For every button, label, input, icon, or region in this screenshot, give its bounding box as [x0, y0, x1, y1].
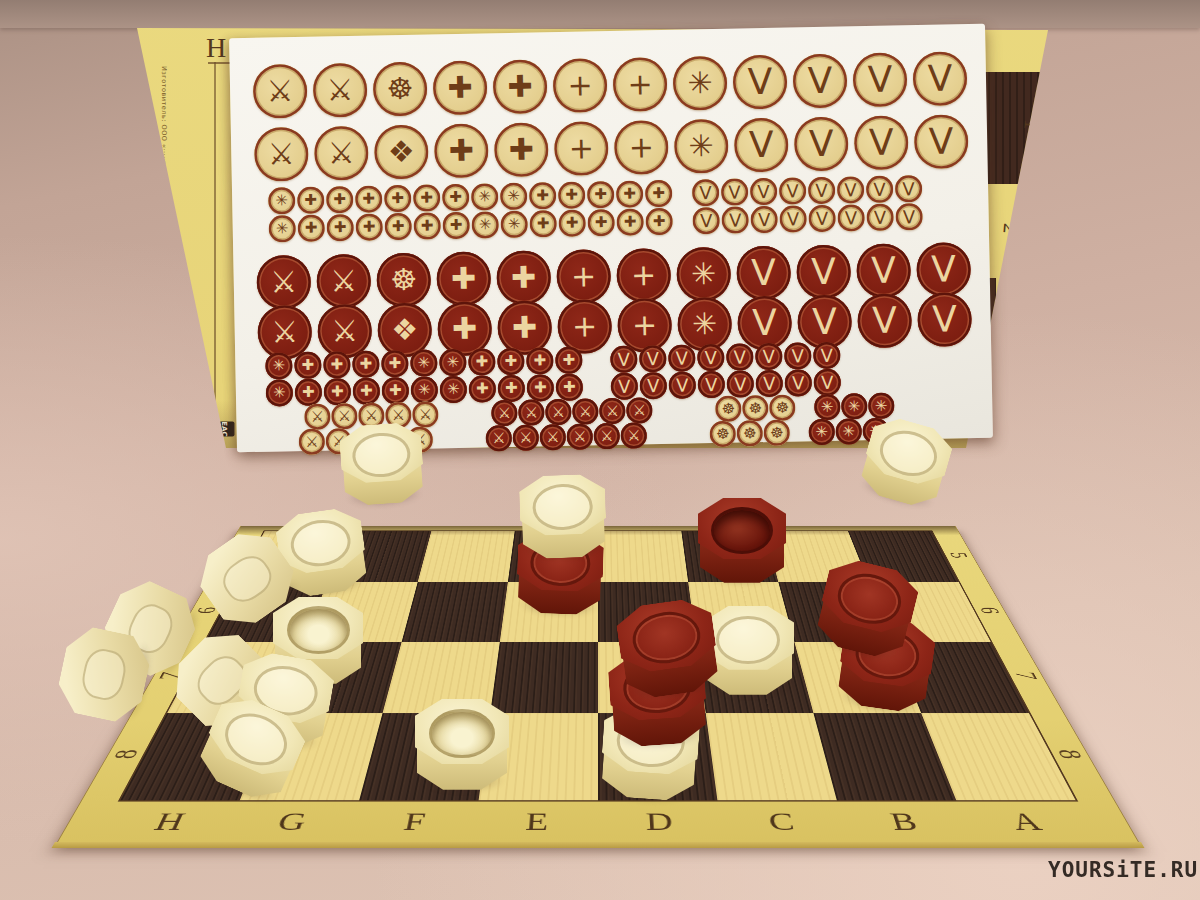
rank-label-5-left: 5: [223, 550, 252, 560]
sticker-cream-swords-icon: ⚔: [407, 426, 433, 452]
sticker-dark-swords-icon: ⚔: [256, 255, 311, 310]
sticker-cream-swords-icon: ⚔: [412, 401, 438, 427]
sticker-dark-V-icon: V: [610, 346, 638, 374]
file-label-e: E: [473, 803, 598, 841]
sticker-cream-icross-icon: ✚: [384, 185, 412, 213]
piece-rim: [532, 483, 594, 531]
sticker-cream-V-icon: V: [692, 179, 720, 207]
square-d7: [598, 642, 706, 714]
sticker-cream-icross-icon: ✚: [355, 213, 383, 241]
sticker-dark-icross-icon: ✚: [353, 377, 381, 405]
file-label-f: F: [348, 803, 478, 841]
sticker-dark-V-icon: V: [784, 342, 812, 370]
square-c6: [688, 582, 794, 642]
sticker-dark-star-icon: ✳: [411, 376, 439, 404]
sticker-cream-icross-icon: ✚: [413, 212, 441, 240]
sticker-dark-star-icon: ✳: [814, 394, 840, 420]
sticker-cream-star-icon: ✳: [471, 211, 499, 239]
sticker-dark-star-icon: ✳: [410, 349, 438, 377]
sticker-cream-icross-icon: ✚: [494, 122, 549, 177]
sticker-cream-icross-icon: ✚: [645, 180, 673, 208]
sticker-cream-wheel-icon: ☸: [715, 396, 741, 422]
sticker-dark-swords-icon: ⚔: [545, 399, 571, 425]
sticker-cream-V-icon: V: [779, 205, 807, 233]
square-e7: [490, 642, 598, 714]
flat-board-half: HGFEDCBA 55667788: [58, 526, 1138, 842]
sticker-cream-swords-icon: ⚔: [313, 63, 368, 118]
sticker-cream-icross-icon: ✚: [529, 210, 557, 238]
sticker-cream-diamond-icon: ❖: [374, 124, 429, 179]
sticker-dark-V-icon: V: [813, 342, 841, 370]
file-label-h: H: [99, 803, 239, 841]
sticker-cream-icross-icon: ✚: [384, 213, 412, 241]
sticker-dark-star-icon: ✳: [266, 379, 294, 407]
sticker-cream-V-icon: V: [895, 203, 923, 231]
sticker-dark-V-icon: V: [697, 344, 725, 372]
sticker-dark-star-icon: ✳: [863, 418, 889, 444]
square-a5: [848, 531, 959, 582]
sticker-cream-V-icon: V: [808, 177, 836, 205]
sticker-cream-star-icon: ✳: [673, 56, 728, 111]
sticker-dark-icross-icon: ✚: [555, 347, 583, 375]
sticker-cream-V-icon: V: [837, 204, 865, 232]
rank-label-7-left: 7: [152, 669, 188, 683]
sticker-cream-swords-icon: ⚔: [353, 427, 379, 453]
sticker-cream-plus-icon: +: [553, 58, 608, 113]
sticker-cream-plus-icon: +: [613, 57, 668, 112]
sticker-cream-icross-icon: ✚: [434, 123, 489, 178]
sticker-cream-swords-icon: ⚔: [385, 402, 411, 428]
sticker-dark-swords-icon: ⚔: [626, 397, 652, 423]
sticker-dark-V-icon: V: [611, 373, 639, 401]
sticker-dark-V-icon: V: [669, 371, 697, 399]
sticker-cream-plus-icon: +: [614, 120, 669, 175]
sticker-cream-V-icon: V: [734, 118, 789, 173]
sticker-dark-swords-icon: ⚔: [599, 398, 625, 424]
sticker-dark-icross-icon: ✚: [498, 375, 526, 403]
sticker-cream-swords-icon: ⚔: [314, 126, 369, 181]
rank-label-6-left: 6: [190, 605, 222, 617]
square-e5: [508, 531, 598, 582]
sticker-dark-icross-icon: ✚: [382, 377, 410, 405]
sticker-dark-swords-icon: ⚔: [572, 398, 598, 424]
sticker-row-2: ⚔⚔❖✚✚++✳VVVV: [254, 114, 975, 182]
sticker-cream-swords-icon: ⚔: [253, 64, 308, 119]
sticker-dark-V-icon: V: [668, 344, 696, 372]
sticker-dark-swords-icon: ⚔: [540, 424, 566, 450]
sticker-cream-wheel-icon: ☸: [373, 62, 428, 117]
sticker-cream-V-icon: V: [721, 178, 749, 206]
sticker-dark-icross-icon: ✚: [436, 251, 491, 306]
sticker-dark-plus-icon: +: [616, 248, 671, 303]
sticker-dark-star-icon: ✳: [836, 418, 862, 444]
sticker-cream-V-icon: V: [794, 116, 849, 171]
sticker-cream-swords-icon: ⚔: [254, 127, 309, 182]
sticker-dark-icross-icon: ✚: [468, 348, 496, 376]
square-c7: [696, 642, 813, 714]
sticker-cream-swords-icon: ⚔: [358, 402, 384, 428]
sticker-dark-icross-icon: ✚: [497, 348, 525, 376]
king-sticker-sheet: ⚔⚔☸✚✚++✳VVVV⚔⚔❖✚✚++✳VVVV✳✚✚✚✚✚✚✳✳✚✚✚✚✚VV…: [229, 24, 993, 452]
sticker-dark-V-icon: V: [727, 370, 755, 398]
sticker-cream-V-icon: V: [912, 51, 967, 106]
square-d5: [598, 531, 688, 582]
sticker-dark-star-icon: ✳: [841, 393, 867, 419]
upright-rank-label-1: 1: [1018, 118, 1044, 131]
sticker-dark-V-icon: V: [736, 246, 791, 301]
sticker-dark-V-icon: V: [785, 369, 813, 397]
sticker-dark-plus-icon: +: [556, 249, 611, 304]
sticker-cream-swords-icon: ⚔: [380, 427, 406, 453]
sticker-cream-wheel-icon: ☸: [742, 395, 768, 421]
sticker-cream-star-icon: ✳: [674, 119, 729, 174]
sticker-cream-icross-icon: ✚: [587, 181, 615, 209]
sticker-cream-V-icon: V: [808, 205, 836, 233]
sticker-cream-wheel-icon: ☸: [710, 421, 736, 447]
sticker-dark-icross-icon: ✚: [352, 350, 380, 378]
sticker-cream-icross-icon: ✚: [442, 212, 470, 240]
sticker-cream-V-icon: V: [866, 204, 894, 232]
sticker-cream-V-icon: V: [779, 177, 807, 205]
sticker-cream-star-icon: ✳: [268, 187, 296, 215]
sticker-cream-icross-icon: ✚: [297, 187, 325, 215]
sticker-dark-star-icon: ✳: [439, 349, 467, 377]
sticker-dark-icross-icon: ✚: [295, 379, 323, 407]
sticker-dark-star-icon: ✳: [440, 376, 468, 404]
sticker-dark-star-icon: ✳: [676, 247, 731, 302]
sticker-cream-V-icon: V: [793, 53, 848, 108]
sticker-cream-V-icon: V: [733, 55, 788, 110]
sticker-cream-wheel-icon: ☸: [769, 394, 795, 420]
sticker-dark-V-icon: V: [755, 343, 783, 371]
sticker-cream-icross-icon: ✚: [413, 184, 441, 212]
sticker-dark-swords-icon: ⚔: [567, 423, 593, 449]
sticker-cream-V-icon: V: [895, 175, 923, 203]
upright-rank-label-2: 2: [997, 222, 1023, 235]
sticker-dark-V-icon: V: [640, 372, 668, 400]
sticker-cream-icross-icon: ✚: [558, 209, 586, 237]
sticker-cream-wheel-icon: ☸: [737, 420, 763, 446]
file-label-g: G: [224, 803, 359, 841]
sticker-cream-icross-icon: ✚: [645, 208, 673, 236]
sticker-cream-icross-icon: ✚: [616, 180, 644, 208]
upright-file-label-h: H: [206, 32, 226, 64]
sticker-cream-V-icon: V: [721, 206, 749, 234]
sticker-dark-swords-icon: ⚔: [491, 400, 517, 426]
square-f5: [418, 531, 515, 582]
rank-label-8-left: 8: [106, 746, 146, 763]
sticker-dark-V-icon: V: [756, 370, 784, 398]
sticker-cream-icross-icon: ✚: [326, 214, 354, 242]
square-e8: [479, 713, 598, 800]
rank-label-5-right: 5: [944, 550, 973, 560]
sticker-dark-V-icon: V: [814, 369, 842, 397]
sticker-cream-icross-icon: ✚: [442, 184, 470, 212]
piece-rim: [79, 646, 130, 703]
sticker-dark-V-icon: V: [856, 243, 911, 298]
sticker-dark-icross-icon: ✚: [496, 250, 551, 305]
manufacturer-microtext: Изготовитель: ООО «·····» · г. Владимир …: [160, 66, 168, 426]
square-f7: [383, 642, 500, 714]
sticker-dark-star-icon: ✳: [868, 393, 894, 419]
sticker-cream-V-icon: V: [866, 176, 894, 204]
sticker-dark-swords-icon: ⚔: [513, 424, 539, 450]
sticker-cream-V-icon: V: [692, 207, 720, 235]
sticker-dark-V-icon: V: [698, 371, 726, 399]
sticker-cream-swords-icon: ⚔: [304, 403, 330, 429]
background-top-shadow: [0, 0, 1200, 28]
sticker-dark-swords-icon: ⚔: [486, 425, 512, 451]
square-d6: [598, 582, 696, 642]
rank-label-7-right: 7: [1008, 669, 1044, 683]
sticker-dark-star-icon: ✳: [809, 419, 835, 445]
sticker-cream-icross-icon: ✚: [326, 186, 354, 214]
sticker-dark-icross-icon: ✚: [323, 351, 351, 379]
sticker-row-1: ⚔⚔☸✚✚++✳VVVV: [253, 51, 974, 119]
sticker-dark-V-icon: V: [796, 244, 851, 299]
square-f6: [402, 582, 508, 642]
sticker-cream-icross-icon: ✚: [616, 208, 644, 236]
file-label-b: B: [837, 803, 972, 841]
sticker-cream-swords-icon: ⚔: [331, 403, 357, 429]
file-label-c: C: [718, 803, 848, 841]
watermark: YOURSiTE.RU: [1048, 858, 1198, 882]
sticker-cream-V-icon: V: [914, 114, 969, 169]
square-c5: [681, 531, 778, 582]
sticker-dark-V-icon: V: [917, 292, 972, 347]
sticker-cream-star-icon: ✳: [471, 183, 499, 211]
rank-label-8-right: 8: [1050, 746, 1090, 763]
sticker-dark-icross-icon: ✚: [526, 347, 554, 375]
sticker-cream-icross-icon: ✚: [493, 59, 548, 114]
fold-crease-shadow: [236, 526, 961, 535]
sticker-cream-V-icon: V: [854, 115, 909, 170]
sticker-cream-icross-icon: ✚: [433, 60, 488, 115]
file-label-a: A: [957, 803, 1097, 841]
sticker-dark-swords-icon: ⚔: [316, 254, 371, 309]
sticker-dark-icross-icon: ✚: [556, 374, 584, 402]
sticker-dark-V-icon: V: [916, 242, 971, 297]
sticker-cream-star-icon: ✳: [500, 183, 528, 211]
sticker-cream-icross-icon: ✚: [529, 182, 557, 210]
sticker-dark-star-icon: ✳: [265, 352, 293, 380]
sticker-dark-icross-icon: ✚: [381, 350, 409, 378]
sticker-cream-icross-icon: ✚: [355, 185, 383, 213]
file-label-d: D: [598, 803, 723, 841]
board-border-line: [214, 62, 216, 422]
sticker-cream-swords-icon: ⚔: [326, 428, 352, 454]
sticker-dark-V-icon: V: [857, 293, 912, 348]
sticker-cream-plus-icon: +: [554, 121, 609, 176]
square-d8: [598, 713, 717, 800]
sticker-cream-star-icon: ✳: [269, 215, 297, 243]
sticker-dark-swords-icon: ⚔: [594, 423, 620, 449]
sticker-dark-wheel-icon: ☸: [376, 252, 431, 307]
sticker-dark-icross-icon: ✚: [527, 374, 555, 402]
flat-board-grid: [120, 531, 1075, 800]
sticker-dark-swords-icon: ⚔: [518, 399, 544, 425]
sticker-cream-V-icon: V: [750, 206, 778, 234]
sticker-cream-icross-icon: ✚: [558, 181, 586, 209]
sticker-cream-swords-icon: ⚔: [299, 429, 325, 455]
eac-conformity-mark: ЕАС: [213, 422, 235, 437]
sticker-dark-V-icon: V: [639, 345, 667, 373]
sticker-dark-swords-icon: ⚔: [621, 422, 647, 448]
sticker-dark-icross-icon: ✚: [294, 352, 322, 380]
sticker-cream-icross-icon: ✚: [587, 209, 615, 237]
sticker-dark-icross-icon: ✚: [469, 375, 497, 403]
sticker-cream-wheel-icon: ☸: [764, 420, 790, 446]
sticker-dark-icross-icon: ✚: [324, 378, 352, 406]
sticker-cream-V-icon: V: [837, 176, 865, 204]
sticker-cream-V-icon: V: [750, 178, 778, 206]
rank-label-6-right: 6: [974, 605, 1006, 617]
file-labels: HGFEDCBA: [99, 803, 1098, 841]
sticker-cream-star-icon: ✳: [500, 211, 528, 239]
square-e6: [500, 582, 598, 642]
sticker-dark-V-icon: V: [726, 343, 754, 371]
square-f8: [359, 713, 490, 800]
sticker-cream-V-icon: V: [852, 52, 907, 107]
sticker-cream-icross-icon: ✚: [298, 214, 326, 242]
